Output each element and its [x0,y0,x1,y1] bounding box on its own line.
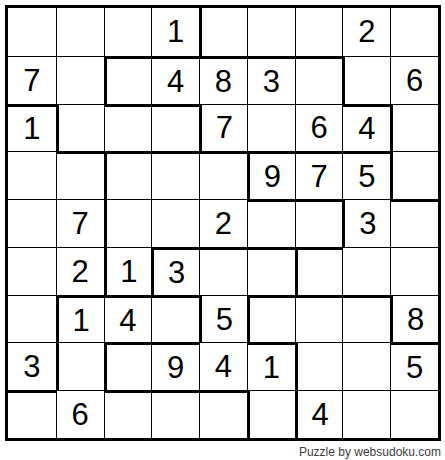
cell-r6c9[interactable] [390,247,438,295]
cell-r1c1[interactable] [8,8,56,56]
cell-r3c7[interactable]: 6 [295,104,343,152]
cell-r8c2[interactable] [56,342,104,390]
cell-r3c2[interactable] [56,104,104,152]
cell-r5c3[interactable] [104,199,152,247]
cell-r3c9[interactable] [390,104,438,152]
cell-r6c5[interactable] [199,247,247,295]
cell-r5c7[interactable] [295,199,343,247]
cell-r6c3[interactable]: 1 [104,247,152,295]
cell-r9c3[interactable] [104,390,152,438]
cell-r2c7[interactable] [295,56,343,104]
cell-r2c5[interactable]: 8 [199,56,247,104]
cell-r1c5[interactable] [199,8,247,56]
cell-r6c8[interactable] [342,247,390,295]
cell-r5c6[interactable] [247,199,295,247]
cell-r4c3[interactable] [104,151,152,199]
cell-r7c9[interactable]: 8 [390,295,438,343]
cell-r3c3[interactable] [104,104,152,152]
cell-r5c2[interactable]: 7 [56,199,104,247]
cell-r6c2[interactable]: 2 [56,247,104,295]
cell-r3c5[interactable]: 7 [199,104,247,152]
cell-r3c8[interactable]: 4 [342,104,390,152]
cell-r4c7[interactable]: 7 [295,151,343,199]
cell-r9c8[interactable] [342,390,390,438]
cell-r1c4[interactable]: 1 [151,8,199,56]
cell-r8c9[interactable]: 5 [390,342,438,390]
cell-r2c1[interactable]: 7 [8,56,56,104]
cell-r8c5[interactable]: 4 [199,342,247,390]
cell-r5c4[interactable] [151,199,199,247]
cell-r1c2[interactable] [56,8,104,56]
cell-r4c4[interactable] [151,151,199,199]
cell-r4c5[interactable] [199,151,247,199]
cell-r3c6[interactable] [247,104,295,152]
cell-r9c9[interactable] [390,390,438,438]
cell-r4c6[interactable]: 9 [247,151,295,199]
cell-r4c8[interactable]: 5 [342,151,390,199]
cell-r3c1[interactable]: 1 [8,104,56,152]
cell-r8c4[interactable]: 9 [151,342,199,390]
cell-r8c3[interactable] [104,342,152,390]
cell-r6c4[interactable]: 3 [151,247,199,295]
cell-r9c1[interactable] [8,390,56,438]
cell-r5c9[interactable] [390,199,438,247]
cell-r7c5[interactable]: 5 [199,295,247,343]
cell-r8c1[interactable]: 3 [8,342,56,390]
cell-r6c6[interactable] [247,247,295,295]
cell-r9c2[interactable]: 6 [56,390,104,438]
cell-r2c8[interactable] [342,56,390,104]
cell-r4c2[interactable] [56,151,104,199]
sudoku-board: 1274836176497572321314583941564 [5,5,441,441]
cell-r6c7[interactable] [295,247,343,295]
cell-r5c1[interactable] [8,199,56,247]
cell-r2c4[interactable]: 4 [151,56,199,104]
cell-r8c8[interactable] [342,342,390,390]
cell-r9c6[interactable] [247,390,295,438]
cell-r4c1[interactable] [8,151,56,199]
cell-r6c1[interactable] [8,247,56,295]
cell-r3c4[interactable] [151,104,199,152]
cell-r2c9[interactable]: 6 [390,56,438,104]
cell-r9c7[interactable]: 4 [295,390,343,438]
cell-r7c6[interactable] [247,295,295,343]
cell-r7c8[interactable] [342,295,390,343]
cell-r5c8[interactable]: 3 [342,199,390,247]
cell-r7c4[interactable] [151,295,199,343]
cell-r8c6[interactable]: 1 [247,342,295,390]
cell-r2c6[interactable]: 3 [247,56,295,104]
cell-r7c2[interactable]: 1 [56,295,104,343]
cell-r1c3[interactable] [104,8,152,56]
cell-r2c2[interactable] [56,56,104,104]
cell-r2c3[interactable] [104,56,152,104]
cell-r1c7[interactable] [295,8,343,56]
watermark-credit: Puzzle by websudoku.com [299,445,441,459]
cell-r7c7[interactable] [295,295,343,343]
cell-r7c1[interactable] [8,295,56,343]
cell-r1c6[interactable] [247,8,295,56]
cell-r1c8[interactable]: 2 [342,8,390,56]
cell-r9c4[interactable] [151,390,199,438]
cell-r1c9[interactable] [390,8,438,56]
cell-r9c5[interactable] [199,390,247,438]
cell-r5c5[interactable]: 2 [199,199,247,247]
cell-r7c3[interactable]: 4 [104,295,152,343]
cell-r4c9[interactable] [390,151,438,199]
cell-r8c7[interactable] [295,342,343,390]
